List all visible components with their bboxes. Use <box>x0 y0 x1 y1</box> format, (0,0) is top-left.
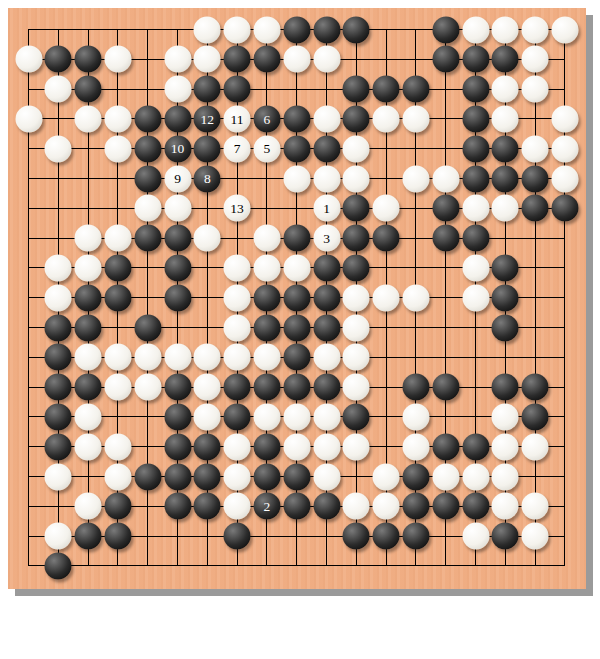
white-stone <box>224 254 251 281</box>
white-stone <box>402 433 429 460</box>
white-stone <box>104 225 131 252</box>
white-stone <box>373 105 400 132</box>
black-stone <box>253 433 280 460</box>
black-stone <box>462 105 489 132</box>
white-stone <box>551 16 578 43</box>
black-stone <box>402 463 429 490</box>
white-stone <box>492 105 519 132</box>
white-stone <box>45 463 72 490</box>
black-stone <box>343 403 370 430</box>
black-stone <box>164 463 191 490</box>
black-stone <box>45 433 72 460</box>
white-stone <box>134 344 161 371</box>
black-stone <box>462 76 489 103</box>
white-stone <box>313 46 340 73</box>
black-stone <box>522 165 549 192</box>
white-stone <box>462 195 489 222</box>
white-stone <box>313 105 340 132</box>
black-stone <box>134 105 161 132</box>
white-stone <box>75 344 102 371</box>
white-stone <box>224 344 251 371</box>
black-stone <box>45 46 72 73</box>
black-stone-numbered: 2 <box>253 493 280 520</box>
black-stone <box>462 225 489 252</box>
white-stone <box>522 135 549 162</box>
black-stone <box>432 225 459 252</box>
black-stone <box>283 16 310 43</box>
black-stone <box>492 254 519 281</box>
white-stone <box>194 16 221 43</box>
black-stone <box>224 374 251 401</box>
black-stone <box>134 225 161 252</box>
black-stone <box>343 195 370 222</box>
white-stone <box>45 523 72 550</box>
white-stone <box>75 254 102 281</box>
white-stone <box>75 105 102 132</box>
white-stone <box>462 523 489 550</box>
white-stone-numbered: 7 <box>224 135 251 162</box>
black-stone <box>224 523 251 550</box>
white-stone <box>343 284 370 311</box>
black-stone <box>194 463 221 490</box>
black-stone <box>283 225 310 252</box>
white-stone <box>283 254 310 281</box>
white-stone <box>402 403 429 430</box>
white-stone <box>283 165 310 192</box>
black-stone <box>432 493 459 520</box>
white-stone-numbered: 3 <box>313 225 340 252</box>
white-stone <box>283 46 310 73</box>
white-stone <box>104 46 131 73</box>
white-stone <box>104 105 131 132</box>
white-stone <box>283 403 310 430</box>
black-stone <box>402 523 429 550</box>
white-stone <box>402 284 429 311</box>
white-stone <box>402 165 429 192</box>
black-stone <box>432 195 459 222</box>
black-stone <box>164 403 191 430</box>
black-stone-numbered: 6 <box>253 105 280 132</box>
white-stone <box>492 76 519 103</box>
white-stone <box>15 46 42 73</box>
black-stone <box>343 76 370 103</box>
black-stone <box>253 284 280 311</box>
white-stone <box>492 493 519 520</box>
black-stone <box>75 76 102 103</box>
black-stone <box>134 314 161 341</box>
black-stone <box>492 46 519 73</box>
black-stone <box>492 523 519 550</box>
black-stone <box>194 135 221 162</box>
white-stone <box>402 105 429 132</box>
black-stone <box>283 284 310 311</box>
black-stone <box>522 195 549 222</box>
black-stone <box>492 374 519 401</box>
white-stone <box>551 135 578 162</box>
white-stone <box>343 135 370 162</box>
white-stone <box>522 433 549 460</box>
black-stone <box>462 165 489 192</box>
black-stone <box>75 374 102 401</box>
white-stone <box>313 463 340 490</box>
black-stone <box>283 105 310 132</box>
black-stone <box>283 463 310 490</box>
black-stone <box>432 374 459 401</box>
black-stone <box>164 254 191 281</box>
white-stone <box>492 195 519 222</box>
black-stone <box>164 225 191 252</box>
black-stone <box>462 433 489 460</box>
white-stone <box>373 493 400 520</box>
black-stone <box>75 46 102 73</box>
black-stone <box>283 493 310 520</box>
black-stone <box>75 284 102 311</box>
black-stone <box>402 76 429 103</box>
black-stone <box>492 135 519 162</box>
white-stone <box>373 284 400 311</box>
go-board: 1211610759813132 <box>8 8 586 589</box>
white-stone <box>253 403 280 430</box>
white-stone <box>492 463 519 490</box>
black-stone <box>432 46 459 73</box>
white-stone <box>462 254 489 281</box>
black-stone <box>104 493 131 520</box>
white-stone <box>253 344 280 371</box>
black-stone <box>194 493 221 520</box>
black-stone <box>75 314 102 341</box>
black-stone <box>104 254 131 281</box>
white-stone <box>75 225 102 252</box>
white-stone <box>343 314 370 341</box>
black-stone <box>432 16 459 43</box>
white-stone <box>432 463 459 490</box>
white-stone <box>45 254 72 281</box>
white-stone <box>194 403 221 430</box>
white-stone <box>194 225 221 252</box>
white-stone <box>194 374 221 401</box>
white-stone <box>134 374 161 401</box>
white-stone <box>164 46 191 73</box>
white-stone <box>224 314 251 341</box>
white-stone <box>253 16 280 43</box>
white-stone <box>313 344 340 371</box>
black-stone <box>104 284 131 311</box>
black-stone <box>343 254 370 281</box>
white-stone <box>343 374 370 401</box>
black-stone <box>373 523 400 550</box>
black-stone <box>313 254 340 281</box>
white-stone <box>164 195 191 222</box>
grid-line-vertical <box>535 29 536 566</box>
black-stone <box>75 523 102 550</box>
white-stone <box>551 165 578 192</box>
black-stone <box>343 523 370 550</box>
white-stone <box>373 195 400 222</box>
white-stone <box>551 105 578 132</box>
black-stone <box>164 105 191 132</box>
black-stone <box>283 374 310 401</box>
black-stone <box>164 374 191 401</box>
white-stone <box>462 16 489 43</box>
white-stone <box>75 403 102 430</box>
white-stone <box>224 493 251 520</box>
black-stone <box>313 493 340 520</box>
white-stone-numbered: 9 <box>164 165 191 192</box>
black-stone <box>283 344 310 371</box>
white-stone <box>45 76 72 103</box>
black-stone <box>134 135 161 162</box>
black-stone <box>343 16 370 43</box>
black-stone <box>313 135 340 162</box>
black-stone <box>164 284 191 311</box>
black-stone <box>462 46 489 73</box>
black-stone <box>373 76 400 103</box>
white-stone <box>104 135 131 162</box>
white-stone-numbered: 13 <box>224 195 251 222</box>
white-stone <box>283 433 310 460</box>
black-stone <box>134 165 161 192</box>
white-stone <box>45 284 72 311</box>
white-stone <box>313 403 340 430</box>
black-stone <box>134 463 161 490</box>
white-stone <box>462 284 489 311</box>
white-stone <box>194 344 221 371</box>
white-stone <box>194 46 221 73</box>
white-stone <box>45 135 72 162</box>
white-stone <box>313 433 340 460</box>
white-stone <box>253 225 280 252</box>
black-stone <box>164 433 191 460</box>
white-stone <box>224 16 251 43</box>
white-stone <box>104 433 131 460</box>
black-stone <box>492 165 519 192</box>
white-stone-numbered: 1 <box>313 195 340 222</box>
black-stone <box>402 493 429 520</box>
white-stone <box>522 493 549 520</box>
black-stone <box>253 46 280 73</box>
black-stone <box>224 76 251 103</box>
black-stone <box>164 493 191 520</box>
grid-line-horizontal <box>28 565 565 566</box>
white-stone-numbered: 11 <box>224 105 251 132</box>
black-stone <box>343 225 370 252</box>
black-stone <box>492 314 519 341</box>
black-stone-numbered: 12 <box>194 105 221 132</box>
white-stone <box>522 16 549 43</box>
black-stone <box>253 314 280 341</box>
white-stone <box>343 433 370 460</box>
black-stone <box>492 284 519 311</box>
white-stone <box>104 463 131 490</box>
white-stone <box>253 254 280 281</box>
black-stone <box>104 523 131 550</box>
black-stone <box>462 493 489 520</box>
white-stone <box>343 493 370 520</box>
white-stone <box>134 195 161 222</box>
white-stone <box>522 46 549 73</box>
black-stone <box>45 344 72 371</box>
white-stone <box>104 344 131 371</box>
black-stone <box>45 374 72 401</box>
caption-bar: 4 H5 <box>0 600 600 659</box>
white-stone <box>224 284 251 311</box>
black-stone <box>283 314 310 341</box>
white-stone <box>373 463 400 490</box>
white-stone <box>104 374 131 401</box>
black-stone <box>432 433 459 460</box>
white-stone <box>15 105 42 132</box>
black-stone <box>522 403 549 430</box>
white-stone <box>343 344 370 371</box>
white-stone <box>75 433 102 460</box>
black-stone <box>224 46 251 73</box>
black-stone <box>45 552 72 579</box>
black-stone-numbered: 8 <box>194 165 221 192</box>
white-stone <box>343 165 370 192</box>
black-stone <box>462 135 489 162</box>
black-stone <box>313 314 340 341</box>
black-stone <box>253 463 280 490</box>
black-stone <box>551 195 578 222</box>
black-stone <box>194 76 221 103</box>
black-stone <box>224 403 251 430</box>
white-stone <box>432 165 459 192</box>
white-stone <box>164 76 191 103</box>
black-stone <box>45 403 72 430</box>
black-stone-numbered: 10 <box>164 135 191 162</box>
white-stone <box>492 16 519 43</box>
white-stone <box>75 493 102 520</box>
black-stone <box>402 374 429 401</box>
white-stone-numbered: 5 <box>253 135 280 162</box>
white-stone <box>313 165 340 192</box>
white-stone <box>224 463 251 490</box>
black-stone <box>253 374 280 401</box>
white-stone <box>492 403 519 430</box>
black-stone <box>45 314 72 341</box>
black-stone <box>313 374 340 401</box>
black-stone <box>283 135 310 162</box>
white-stone <box>522 523 549 550</box>
white-stone <box>462 463 489 490</box>
black-stone <box>373 225 400 252</box>
white-stone <box>522 76 549 103</box>
white-stone <box>224 433 251 460</box>
black-stone <box>522 374 549 401</box>
black-stone <box>313 16 340 43</box>
black-stone <box>343 105 370 132</box>
black-stone <box>194 433 221 460</box>
white-stone <box>492 433 519 460</box>
white-stone <box>164 344 191 371</box>
black-stone <box>313 284 340 311</box>
